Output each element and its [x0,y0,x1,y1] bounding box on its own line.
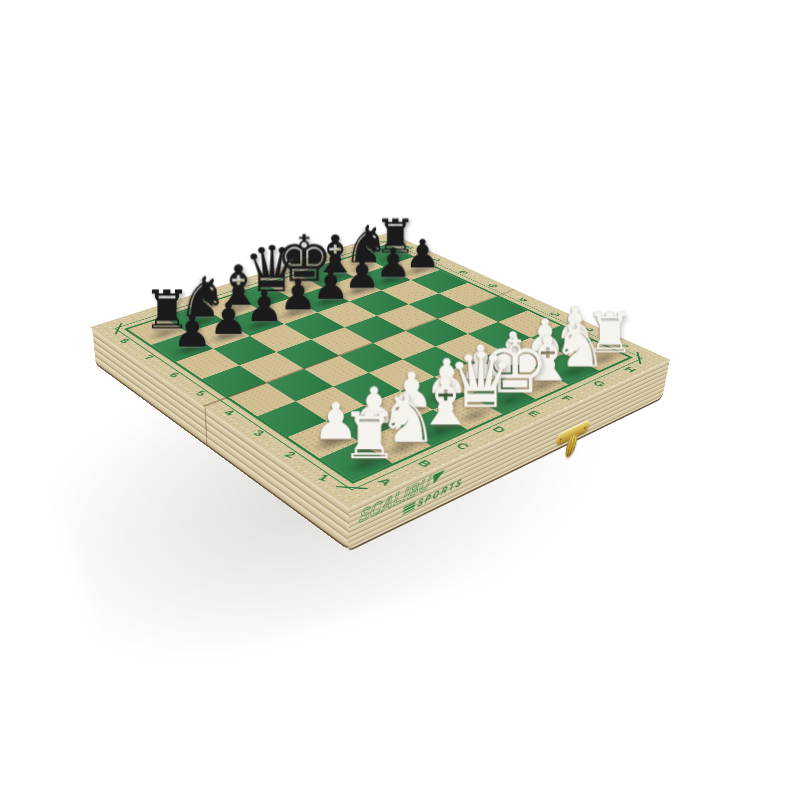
white-rook[interactable]: ♜ [341,405,399,469]
pawn-glyph: ♟ [209,297,248,341]
fold-seam-side [204,405,207,445]
rank-label-left-5: 5 [193,389,209,398]
rank-label-left-8: 8 [117,337,132,345]
black-pawn[interactable]: ♟ [312,264,349,305]
rank-label-left-6: 6 [166,370,182,378]
pawn-glyph: ♟ [279,274,317,316]
pawn-glyph: ♟ [312,264,349,305]
black-pawn[interactable]: ♟ [244,285,283,328]
pawn-glyph: ♟ [172,308,212,353]
scene-viewport: ♜♞♝♛♚♝♞♜♟♟♟♟♟♟♟♟♟♟♟♟♟♟♟♟♜♞♝♛♚♝♞♜ 8877665… [168,138,578,548]
arrow-icon [433,465,445,483]
product-photo: ♜♞♝♛♚♝♞♜♟♟♟♟♟♟♟♟♟♟♟♟♟♟♟♟♜♞♝♛♚♝♞♜ 8877665… [0,0,800,800]
black-pawn[interactable]: ♟ [209,297,248,341]
pawn-glyph: ♟ [344,253,381,294]
black-pawn[interactable]: ♟ [344,253,381,294]
black-pawn[interactable]: ♟ [172,308,212,353]
pawn-glyph: ♟ [244,285,283,328]
rook-glyph: ♜ [341,405,399,469]
black-pawn[interactable]: ♟ [279,274,317,316]
